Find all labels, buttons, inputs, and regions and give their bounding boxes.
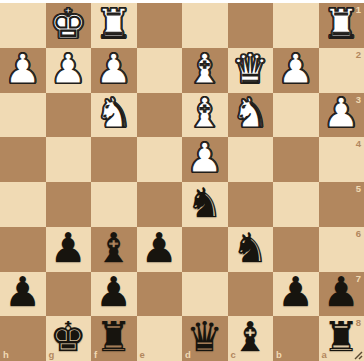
square-h3[interactable] (0, 93, 46, 138)
square-d6[interactable] (182, 227, 228, 272)
square-c2[interactable]: ♛ (228, 48, 274, 93)
white-rook[interactable]: ♜ (95, 4, 132, 45)
square-g1[interactable]: ♚ (46, 3, 92, 48)
white-pawn[interactable]: ♟ (277, 49, 314, 90)
black-pawn[interactable]: ♟ (277, 272, 314, 313)
square-d4[interactable]: ♟ (182, 137, 228, 182)
square-b7[interactable]: ♟ (273, 272, 319, 317)
square-h2[interactable]: ♟ (0, 48, 46, 93)
file-label-g: g (49, 350, 55, 360)
square-a4[interactable]: 4 (319, 137, 364, 182)
square-c7[interactable] (228, 272, 274, 317)
rank-label-8: 8 (356, 318, 361, 328)
square-h8[interactable]: h (0, 316, 46, 361)
square-b5[interactable] (273, 182, 319, 227)
file-label-b: b (276, 350, 282, 360)
white-rook[interactable]: ♜ (323, 4, 360, 45)
square-e5[interactable] (137, 182, 183, 227)
rank-label-2: 2 (356, 50, 361, 60)
file-label-a: a (322, 350, 327, 360)
rank-label-4: 4 (356, 139, 361, 149)
white-bishop[interactable]: ♝ (186, 49, 223, 90)
black-pawn[interactable]: ♟ (95, 272, 132, 313)
square-a7[interactable]: ♟7 (319, 272, 364, 317)
square-d5[interactable]: ♞ (182, 182, 228, 227)
square-c8[interactable]: ♝c (228, 316, 274, 361)
square-c4[interactable] (228, 137, 274, 182)
square-c1[interactable] (228, 3, 274, 48)
square-g6[interactable]: ♟ (46, 227, 92, 272)
square-e3[interactable] (137, 93, 183, 138)
square-g2[interactable]: ♟ (46, 48, 92, 93)
black-queen[interactable]: ♛ (186, 317, 223, 358)
square-g3[interactable] (46, 93, 92, 138)
square-e8[interactable]: e (137, 316, 183, 361)
square-d8[interactable]: ♛d (182, 316, 228, 361)
white-bishop[interactable]: ♝ (186, 93, 223, 134)
square-g4[interactable] (46, 137, 92, 182)
square-f1[interactable]: ♜ (91, 3, 137, 48)
rank-label-6: 6 (356, 229, 361, 239)
square-e2[interactable] (137, 48, 183, 93)
black-knight[interactable]: ♞ (232, 228, 269, 269)
resize-handle-icon[interactable] (352, 349, 363, 360)
square-d3[interactable]: ♝ (182, 93, 228, 138)
white-knight[interactable]: ♞ (95, 93, 132, 134)
square-e4[interactable] (137, 137, 183, 182)
file-label-f: f (94, 350, 97, 360)
black-pawn[interactable]: ♟ (50, 228, 87, 269)
square-g8[interactable]: ♚g (46, 316, 92, 361)
black-bishop[interactable]: ♝ (95, 228, 132, 269)
square-a6[interactable]: 6 (319, 227, 364, 272)
square-c5[interactable] (228, 182, 274, 227)
white-pawn[interactable]: ♟ (95, 49, 132, 90)
square-e7[interactable] (137, 272, 183, 317)
square-a1[interactable]: ♜1 (319, 3, 364, 48)
black-pawn[interactable]: ♟ (323, 272, 360, 313)
square-c3[interactable]: ♞ (228, 93, 274, 138)
white-queen[interactable]: ♛ (232, 49, 269, 90)
rank-label-1: 1 (356, 5, 361, 15)
square-h7[interactable]: ♟ (0, 272, 46, 317)
square-a2[interactable]: 2 (319, 48, 364, 93)
black-rook[interactable]: ♜ (95, 317, 132, 358)
white-knight[interactable]: ♞ (232, 93, 269, 134)
black-pawn[interactable]: ♟ (141, 228, 178, 269)
square-b2[interactable]: ♟ (273, 48, 319, 93)
square-b3[interactable] (273, 93, 319, 138)
square-b1[interactable] (273, 3, 319, 48)
square-h1[interactable] (0, 3, 46, 48)
black-bishop[interactable]: ♝ (232, 317, 269, 358)
white-pawn[interactable]: ♟ (50, 49, 87, 90)
file-label-c: c (231, 350, 236, 360)
square-f5[interactable] (91, 182, 137, 227)
white-pawn[interactable]: ♟ (186, 138, 223, 179)
file-label-h: h (3, 350, 9, 360)
square-f6[interactable]: ♝ (91, 227, 137, 272)
rank-label-5: 5 (356, 184, 361, 194)
square-g5[interactable] (46, 182, 92, 227)
black-king[interactable]: ♚ (50, 317, 87, 358)
square-h4[interactable] (0, 137, 46, 182)
square-f7[interactable]: ♟ (91, 272, 137, 317)
square-b6[interactable] (273, 227, 319, 272)
white-king[interactable]: ♚ (50, 4, 87, 45)
rank-label-3: 3 (356, 95, 361, 105)
square-e6[interactable]: ♟ (137, 227, 183, 272)
square-d2[interactable]: ♝ (182, 48, 228, 93)
square-a5[interactable]: 5 (319, 182, 364, 227)
square-b8[interactable]: b (273, 316, 319, 361)
square-b4[interactable] (273, 137, 319, 182)
square-g7[interactable] (46, 272, 92, 317)
black-knight[interactable]: ♞ (186, 183, 223, 224)
chess-board-page: ♚♜♜1♟♟♟♝♛♟2♞♝♞♟3♟4♞5♟♝♟♞6♟♟♟♟7h♚g♜fe♛d♝c… (0, 0, 364, 361)
square-f4[interactable] (91, 137, 137, 182)
white-pawn[interactable]: ♟ (4, 49, 41, 90)
square-h6[interactable] (0, 227, 46, 272)
square-f8[interactable]: ♜f (91, 316, 137, 361)
square-d1[interactable] (182, 3, 228, 48)
chess-board: ♚♜♜1♟♟♟♝♛♟2♞♝♞♟3♟4♞5♟♝♟♞6♟♟♟♟7h♚g♜fe♛d♝c… (0, 3, 364, 361)
square-a3[interactable]: ♟3 (319, 93, 364, 138)
file-label-d: d (185, 350, 191, 360)
file-label-e: e (140, 350, 145, 360)
square-h5[interactable] (0, 182, 46, 227)
black-pawn[interactable]: ♟ (4, 272, 41, 313)
rank-label-7: 7 (356, 274, 361, 284)
square-e1[interactable] (137, 3, 183, 48)
white-pawn[interactable]: ♟ (323, 93, 360, 134)
square-d7[interactable] (182, 272, 228, 317)
square-c6[interactable]: ♞ (228, 227, 274, 272)
square-f3[interactable]: ♞ (91, 93, 137, 138)
square-f2[interactable]: ♟ (91, 48, 137, 93)
